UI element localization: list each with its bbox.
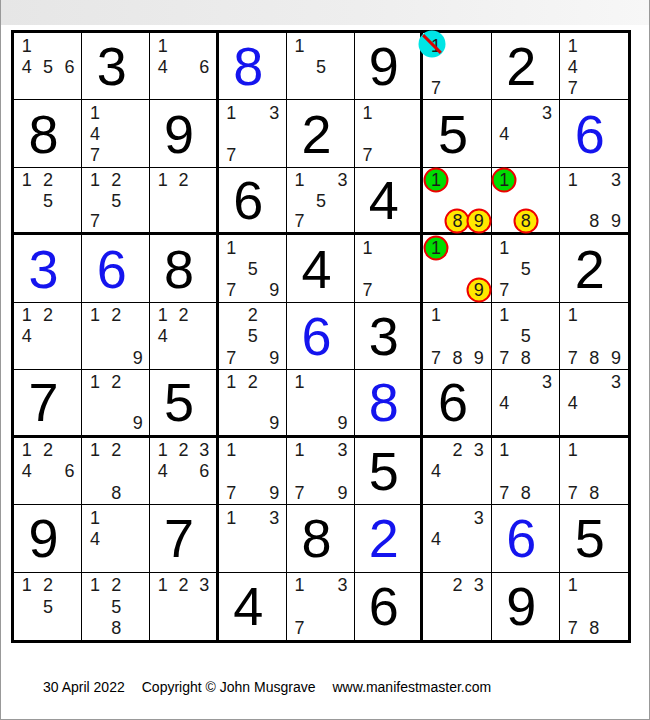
cell-r5c9[interactable]: 1789 (560, 303, 628, 370)
cell-r7c1[interactable]: 1246 (14, 438, 82, 505)
given-digit: 5 (351, 438, 416, 504)
candidate-1: 1 (16, 305, 37, 326)
pencil-marks: 178 (492, 438, 559, 504)
candidate-7: 7 (221, 145, 242, 166)
given-digit: 8 (10, 100, 77, 166)
pencil-marks: 234 (423, 438, 490, 504)
pencil-marks: 1789 (423, 303, 490, 369)
candidate-4: 4 (494, 124, 515, 145)
candidate-1: 1 (494, 305, 515, 326)
pencil-marks: 19 (423, 235, 490, 301)
entered-digit: 3 (10, 235, 77, 301)
cell-r3c2[interactable]: 1257 (82, 168, 150, 235)
candidate-4: 4 (84, 528, 105, 549)
candidate-4: 4 (16, 326, 37, 347)
given-digit: 3 (351, 303, 416, 369)
candidate-9: 9 (605, 347, 627, 368)
candidate-5: 5 (310, 56, 331, 77)
candidate-3: 3 (194, 575, 215, 596)
candidate-8-yellow-circle-red-ring: 8 (515, 211, 536, 231)
cell-r1c2[interactable]: 3 (82, 33, 150, 100)
candidate-1: 1 (289, 35, 310, 56)
footer-url: www.manifestmaster.com (332, 679, 491, 695)
cell-r5c4[interactable]: 2579 (219, 303, 287, 370)
given-digit: 7 (10, 370, 77, 434)
pencil-marks: 189 (423, 168, 490, 232)
candidate-3: 3 (536, 372, 557, 392)
pencil-marks: 124 (150, 303, 215, 369)
candidate-1: 1 (562, 440, 584, 461)
cell-r1c4[interactable]: 8 (219, 33, 287, 100)
given-digit: 9 (146, 100, 211, 166)
cell-r5c7[interactable]: 1789 (423, 303, 491, 370)
candidate-1: 1 (289, 372, 310, 392)
cell-r7c7[interactable]: 234 (423, 438, 491, 505)
pencil-marks: 1456 (14, 33, 81, 99)
cell-r2c1[interactable]: 8 (14, 100, 82, 167)
given-digit: 3 (78, 33, 145, 99)
cell-r8c7[interactable]: 34 (423, 505, 491, 572)
cell-r7c3[interactable]: 12346 (150, 438, 218, 505)
pencil-marks: 147 (560, 33, 628, 99)
candidate-2: 2 (106, 575, 127, 596)
candidate-7: 7 (494, 482, 515, 503)
cell-r1c5[interactable]: 15 (287, 33, 355, 100)
candidate-5: 5 (515, 326, 536, 347)
candidate-1: 1 (221, 237, 242, 258)
pencil-marks: 137 (287, 573, 354, 640)
candidate-3: 3 (468, 440, 489, 461)
pencil-marks: 147 (82, 100, 149, 166)
given-digit: 6 (351, 573, 416, 640)
cell-r1c6[interactable]: 9 (355, 33, 423, 100)
pencil-marks: 1579 (219, 235, 286, 301)
pencil-marks: 34 (492, 100, 559, 166)
candidate-9: 9 (332, 482, 353, 503)
candidate-1: 1 (562, 170, 584, 190)
pencil-marks: 129 (219, 370, 286, 434)
candidate-1: 1 (152, 305, 173, 326)
candidate-9: 9 (332, 413, 353, 433)
cell-r3c6[interactable]: 4 (355, 168, 423, 235)
candidate-1: 1 (84, 372, 105, 392)
pencil-marks: 1257 (82, 168, 149, 232)
candidate-5: 5 (37, 190, 58, 210)
cell-r4c2[interactable]: 6 (82, 235, 150, 302)
candidate-6: 6 (194, 56, 215, 77)
given-digit: 2 (488, 33, 555, 99)
cell-r3c1[interactable]: 125 (14, 168, 82, 235)
cell-r1c1[interactable]: 1456 (14, 33, 82, 100)
cell-r5c6[interactable]: 3 (355, 303, 423, 370)
candidate-1: 1 (16, 575, 37, 596)
cell-r9c2[interactable]: 1258 (82, 573, 150, 640)
candidate-2: 2 (242, 372, 263, 392)
pencil-marks: 129 (82, 303, 149, 369)
candidate-1: 1 (221, 372, 242, 392)
given-digit: 6 (419, 370, 486, 434)
candidate-7: 7 (84, 211, 105, 231)
candidate-1: 1 (152, 170, 173, 190)
cell-r4c5[interactable]: 4 (287, 235, 355, 302)
cell-r2c3[interactable]: 9 (150, 100, 218, 167)
given-digit: 4 (215, 573, 282, 640)
pencil-marks: 128 (82, 438, 149, 504)
candidate-9: 9 (263, 482, 284, 503)
cell-r8c8[interactable]: 6 (492, 505, 560, 572)
pencil-marks: 12 (150, 168, 215, 232)
candidate-1: 1 (494, 237, 515, 258)
pencil-marks: 125 (14, 573, 81, 640)
candidate-2: 2 (173, 440, 194, 461)
candidate-5: 5 (106, 596, 127, 617)
candidate-1: 1 (152, 575, 173, 596)
cell-r2c7[interactable]: 5 (423, 100, 491, 167)
pencil-marks: 1578 (492, 303, 559, 369)
candidate-2: 2 (106, 305, 127, 326)
cell-r7c5[interactable]: 1379 (287, 438, 355, 505)
pencil-marks: 1379 (287, 438, 354, 504)
pencil-marks: 12346 (150, 438, 215, 504)
cell-r9c7[interactable]: 23 (423, 573, 491, 640)
cell-r2c8[interactable]: 34 (492, 100, 560, 167)
pencil-marks: 125 (14, 168, 81, 232)
entered-digit: 8 (215, 33, 282, 99)
candidate-8: 8 (584, 618, 606, 639)
cell-r8c9[interactable]: 5 (560, 505, 628, 572)
cell-r2c9[interactable]: 6 (560, 100, 628, 167)
given-digit: 5 (419, 100, 486, 166)
candidate-3: 3 (605, 372, 627, 392)
cell-r4c8[interactable]: 157 (492, 235, 560, 302)
candidate-1: 1 (357, 237, 378, 258)
pencil-marks: 1258 (82, 573, 149, 640)
candidate-9: 9 (127, 347, 148, 368)
cell-r6c5[interactable]: 19 (287, 370, 355, 437)
given-digit: 7 (146, 505, 211, 571)
cell-r3c4[interactable]: 6 (219, 168, 287, 235)
cell-r1c8[interactable]: 2 (492, 33, 560, 100)
entered-digit: 6 (283, 303, 350, 369)
cell-r6c9[interactable]: 34 (560, 370, 628, 437)
candidate-1: 1 (152, 35, 173, 56)
cell-r4c9[interactable]: 2 (560, 235, 628, 302)
candidate-4: 4 (16, 56, 37, 77)
candidate-1: 1 (221, 440, 242, 461)
cell-r3c5[interactable]: 1357 (287, 168, 355, 235)
cell-r1c9[interactable]: 147 (560, 33, 628, 100)
candidate-9: 9 (605, 211, 627, 231)
candidate-1: 1 (289, 440, 310, 461)
candidate-7: 7 (562, 618, 584, 639)
candidate-2: 2 (37, 305, 58, 326)
given-digit: 4 (351, 168, 416, 232)
candidate-1: 1 (84, 507, 105, 528)
candidate-3: 3 (468, 507, 489, 528)
candidate-4: 4 (425, 528, 446, 549)
entered-digit: 2 (351, 505, 416, 571)
footer-date: 30 April 2022 (43, 679, 125, 695)
cell-r2c4[interactable]: 137 (219, 100, 287, 167)
pencil-marks: 34 (423, 505, 490, 571)
candidate-1: 1 (562, 35, 584, 56)
cell-r7c2[interactable]: 128 (82, 438, 150, 505)
given-digit: 8 (283, 505, 350, 571)
pencil-marks: 1357 (287, 168, 354, 232)
candidate-2: 2 (106, 170, 127, 190)
cell-r7c4[interactable]: 179 (219, 438, 287, 505)
cell-r6c8[interactable]: 34 (492, 370, 560, 437)
candidate-1: 1 (84, 440, 105, 461)
candidate-1: 1 (84, 102, 105, 123)
candidate-8: 8 (584, 347, 606, 368)
top-bar (1, 0, 649, 25)
pencil-marks: 34 (492, 370, 559, 434)
pencil-marks: 157 (492, 235, 559, 301)
candidate-7: 7 (562, 77, 584, 98)
given-digit: 9 (10, 505, 77, 571)
cell-r8c2[interactable]: 14 (82, 505, 150, 572)
candidate-3: 3 (332, 440, 353, 461)
candidate-1: 1 (16, 170, 37, 190)
candidate-7: 7 (494, 347, 515, 368)
given-digit: 5 (146, 370, 211, 434)
given-digit: 2 (283, 100, 350, 166)
cell-r6c2[interactable]: 129 (82, 370, 150, 437)
cell-r3c9[interactable]: 1389 (560, 168, 628, 235)
footer: 30 April 2022 Copyright © John Musgrave … (43, 679, 491, 695)
given-digit: 2 (556, 235, 624, 301)
cell-r1c7[interactable]: 17 (423, 33, 491, 100)
candidate-8: 8 (447, 347, 468, 368)
candidate-4: 4 (425, 461, 446, 482)
candidate-3: 3 (194, 440, 215, 461)
pencil-marks: 23 (423, 573, 490, 640)
candidate-1: 1 (562, 575, 584, 596)
pencil-marks: 179 (219, 438, 286, 504)
cell-r8c1[interactable]: 9 (14, 505, 82, 572)
candidate-8: 8 (106, 618, 127, 639)
cell-r8c3[interactable]: 7 (150, 505, 218, 572)
entered-digit: 6 (78, 235, 145, 301)
candidate-3: 3 (468, 575, 489, 596)
cell-r7c6[interactable]: 5 (355, 438, 423, 505)
candidate-1: 1 (494, 440, 515, 461)
candidate-7: 7 (425, 347, 446, 368)
pencil-marks: 146 (150, 33, 215, 99)
cell-r5c5[interactable]: 6 (287, 303, 355, 370)
candidate-1: 1 (221, 507, 242, 528)
candidate-4: 4 (152, 326, 173, 347)
cell-r3c7[interactable]: 189 (423, 168, 491, 235)
cell-r7c9[interactable]: 178 (560, 438, 628, 505)
cell-r8c4[interactable]: 13 (219, 505, 287, 572)
candidate-1: 1 (84, 170, 105, 190)
cell-r9c9[interactable]: 178 (560, 573, 628, 640)
candidate-1: 1 (152, 440, 173, 461)
footer-copyright: Copyright © John Musgrave (142, 679, 316, 695)
cell-r9c6[interactable]: 6 (355, 573, 423, 640)
candidate-2: 2 (37, 170, 58, 190)
cell-r6c7[interactable]: 6 (423, 370, 491, 437)
candidate-1: 1 (16, 440, 37, 461)
candidate-4: 4 (562, 56, 584, 77)
candidate-1: 1 (562, 305, 584, 326)
pencil-marks: 17 (355, 235, 420, 301)
given-digit: 5 (556, 505, 624, 571)
candidate-1-green-circle-red-ring: 1 (425, 170, 446, 190)
candidate-2: 2 (173, 575, 194, 596)
candidate-9: 9 (263, 347, 284, 368)
candidate-5: 5 (515, 258, 536, 279)
candidate-1-green-circle-red-ring: 1 (425, 237, 446, 258)
candidate-7: 7 (221, 347, 242, 368)
candidate-8: 8 (584, 482, 606, 503)
candidate-6: 6 (59, 461, 80, 482)
candidate-1-green-circle-red-ring: 1 (494, 170, 515, 190)
pencil-marks: 123 (150, 573, 215, 640)
cell-r4c3[interactable]: 8 (150, 235, 218, 302)
cell-r5c3[interactable]: 124 (150, 303, 218, 370)
cell-r9c4[interactable]: 4 (219, 573, 287, 640)
cell-r5c1[interactable]: 124 (14, 303, 82, 370)
cell-r4c1[interactable]: 3 (14, 235, 82, 302)
entered-digit: 8 (351, 370, 416, 434)
candidate-6: 6 (194, 461, 215, 482)
candidate-7: 7 (289, 482, 310, 503)
candidate-2: 2 (106, 440, 127, 461)
candidate-4: 4 (152, 461, 173, 482)
candidate-7: 7 (562, 347, 584, 368)
cell-r3c8[interactable]: 18 (492, 168, 560, 235)
cell-r9c3[interactable]: 123 (150, 573, 218, 640)
cell-r5c2[interactable]: 129 (82, 303, 150, 370)
pencil-marks: 178 (560, 573, 628, 640)
cell-r9c8[interactable]: 9 (492, 573, 560, 640)
candidate-1: 1 (16, 35, 37, 56)
candidate-9: 9 (263, 280, 284, 301)
pencil-marks: 17 (423, 33, 490, 99)
candidate-8: 8 (584, 211, 606, 231)
candidate-2: 2 (173, 305, 194, 326)
cell-r6c1[interactable]: 7 (14, 370, 82, 437)
pencil-marks: 19 (287, 370, 354, 434)
candidate-2: 2 (242, 305, 263, 326)
candidate-5: 5 (37, 56, 58, 77)
candidate-5: 5 (242, 326, 263, 347)
candidate-7: 7 (357, 280, 378, 301)
cell-r6c6[interactable]: 8 (355, 370, 423, 437)
candidate-7: 7 (289, 618, 310, 639)
candidate-2: 2 (447, 575, 468, 596)
candidate-9-yellow-circle-red-ring: 9 (468, 280, 489, 301)
cell-r9c5[interactable]: 137 (287, 573, 355, 640)
pencil-marks: 1789 (560, 303, 628, 369)
cell-r2c2[interactable]: 147 (82, 100, 150, 167)
candidate-1: 1 (221, 102, 242, 123)
pencil-marks: 14 (82, 505, 149, 571)
candidate-5: 5 (106, 190, 127, 210)
pencil-marks: 178 (560, 438, 628, 504)
candidate-3: 3 (605, 170, 627, 190)
candidate-7: 7 (221, 482, 242, 503)
pencil-marks: 15 (287, 33, 354, 99)
cell-r4c7[interactable]: 19 (423, 235, 491, 302)
entered-digit: 6 (488, 505, 555, 571)
candidate-7: 7 (289, 211, 310, 231)
candidate-9-yellow-circle-red-ring: 9 (468, 211, 489, 231)
candidate-1: 1 (84, 305, 105, 326)
candidate-1: 1 (84, 575, 105, 596)
cell-r1c3[interactable]: 146 (150, 33, 218, 100)
candidate-2: 2 (37, 440, 58, 461)
pencil-marks: 2579 (219, 303, 286, 369)
pencil-marks: 18 (492, 168, 559, 232)
pencil-marks: 137 (219, 100, 286, 166)
pencil-marks: 1389 (560, 168, 628, 232)
given-digit: 6 (215, 168, 282, 232)
cell-r6c4[interactable]: 129 (219, 370, 287, 437)
candidate-9: 9 (468, 347, 489, 368)
candidate-9: 9 (263, 413, 284, 433)
cell-r8c6[interactable]: 2 (355, 505, 423, 572)
candidate-7: 7 (562, 482, 584, 503)
cell-r9c1[interactable]: 125 (14, 573, 82, 640)
given-digit: 9 (488, 573, 555, 640)
candidate-4: 4 (16, 461, 37, 482)
candidate-8: 8 (106, 482, 127, 503)
pencil-marks: 129 (82, 370, 149, 434)
candidate-1: 1 (425, 305, 446, 326)
candidate-4: 4 (562, 393, 584, 413)
cell-r3c3[interactable]: 12 (150, 168, 218, 235)
candidate-8-yellow-circle-red-ring: 8 (447, 211, 468, 231)
pencil-marks: 124 (14, 303, 81, 369)
candidate-7: 7 (357, 145, 378, 166)
candidate-5: 5 (310, 190, 331, 210)
cell-r7c8[interactable]: 178 (492, 438, 560, 505)
candidate-5: 5 (242, 258, 263, 279)
candidate-4: 4 (152, 56, 173, 77)
candidate-7: 7 (84, 145, 105, 166)
candidate-3: 3 (332, 170, 353, 190)
entered-digit: 6 (556, 100, 624, 166)
candidate-7: 7 (425, 77, 446, 98)
candidate-1: 1 (289, 575, 310, 596)
candidate-2: 2 (173, 170, 194, 190)
candidate-2: 2 (106, 372, 127, 392)
pencil-marks: 13 (219, 505, 286, 571)
candidate-5: 5 (37, 596, 58, 617)
page: 1456314681591721478147913721753461251257… (0, 0, 650, 720)
candidate-8: 8 (515, 482, 536, 503)
cell-r2c5[interactable]: 2 (287, 100, 355, 167)
sudoku-board: 1456314681591721478147913721753461251257… (11, 30, 631, 643)
candidate-3: 3 (332, 575, 353, 596)
cell-r5c8[interactable]: 1578 (492, 303, 560, 370)
candidate-7: 7 (221, 280, 242, 301)
pencil-marks: 17 (355, 100, 420, 166)
given-digit: 4 (283, 235, 350, 301)
candidate-3: 3 (263, 507, 284, 528)
cell-r4c4[interactable]: 1579 (219, 235, 287, 302)
given-digit: 8 (146, 235, 211, 301)
candidate-2: 2 (447, 440, 468, 461)
cell-r4c6[interactable]: 17 (355, 235, 423, 302)
cell-r2c6[interactable]: 17 (355, 100, 423, 167)
cell-r6c3[interactable]: 5 (150, 370, 218, 437)
cell-r8c5[interactable]: 8 (287, 505, 355, 572)
